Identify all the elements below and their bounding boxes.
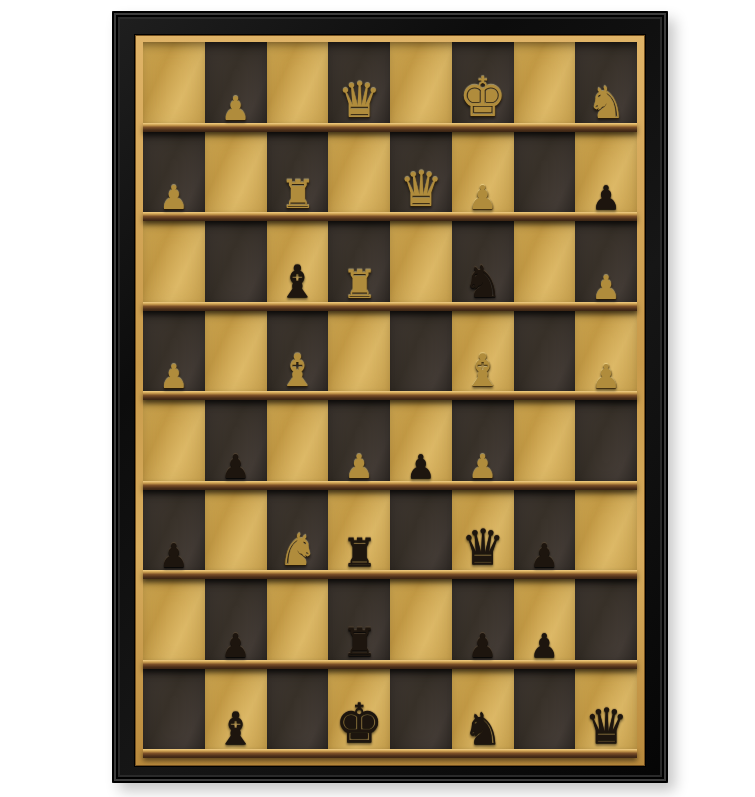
white-pawn-h6[interactable]: ♟ xyxy=(575,271,637,304)
square-d2[interactable]: ♜ xyxy=(328,579,390,669)
square-e4[interactable]: ♟ xyxy=(390,400,452,490)
black-pawn-f2[interactable]: ♟ xyxy=(452,629,514,662)
white-pawn-f4[interactable]: ♟ xyxy=(452,450,514,483)
square-d7[interactable] xyxy=(328,132,390,222)
square-g3[interactable]: ♟ xyxy=(514,490,576,580)
white-pawn-d4[interactable]: ♟ xyxy=(328,450,390,483)
square-f5[interactable]: ♝ xyxy=(452,311,514,401)
square-a4[interactable] xyxy=(143,400,205,490)
black-bishop-b1[interactable]: ♝ xyxy=(205,706,267,751)
square-c3[interactable]: ♞ xyxy=(267,490,329,580)
square-f7[interactable]: ♟ xyxy=(452,132,514,222)
square-d5[interactable] xyxy=(328,311,390,401)
square-e6[interactable] xyxy=(390,221,452,311)
black-queen-h1[interactable]: ♛ xyxy=(575,702,637,751)
square-c7[interactable]: ♜ xyxy=(267,132,329,222)
white-bishop-f5[interactable]: ♝ xyxy=(452,348,514,393)
square-e7[interactable]: ♛ xyxy=(390,132,452,222)
square-g4[interactable] xyxy=(514,400,576,490)
square-h7[interactable]: ♟ xyxy=(575,132,637,222)
square-c2[interactable] xyxy=(267,579,329,669)
square-a7[interactable]: ♟ xyxy=(143,132,205,222)
black-pawn-a3[interactable]: ♟ xyxy=(143,539,205,572)
gold-trim: ♟♛♚♞♟♜♛♟♟♝♜♞♟♟♝♝♟♟♟♟♟♟♞♜♛♟♟♜♟♟♝♚♞♛ xyxy=(135,35,645,766)
square-b7[interactable] xyxy=(205,132,267,222)
square-c5[interactable]: ♝ xyxy=(267,311,329,401)
square-g5[interactable] xyxy=(514,311,576,401)
photo-background: ♟♛♚♞♟♜♛♟♟♝♜♞♟♟♝♝♟♟♟♟♟♟♞♜♛♟♟♜♟♟♝♚♞♛ xyxy=(0,0,755,797)
square-f3[interactable]: ♛ xyxy=(452,490,514,580)
square-b5[interactable] xyxy=(205,311,267,401)
black-pawn-g2[interactable]: ♟ xyxy=(514,629,576,662)
white-pawn-a5[interactable]: ♟ xyxy=(143,360,205,393)
black-pawn-b2[interactable]: ♟ xyxy=(205,629,267,662)
square-g6[interactable] xyxy=(514,221,576,311)
square-f2[interactable]: ♟ xyxy=(452,579,514,669)
square-a8[interactable] xyxy=(143,42,205,132)
square-h4[interactable] xyxy=(575,400,637,490)
white-pawn-h5[interactable]: ♟ xyxy=(575,360,637,393)
black-knight-f6[interactable]: ♞ xyxy=(452,260,514,304)
white-king-f8[interactable]: ♚ xyxy=(452,71,514,125)
square-g2[interactable]: ♟ xyxy=(514,579,576,669)
square-h6[interactable]: ♟ xyxy=(575,221,637,311)
black-bishop-c6[interactable]: ♝ xyxy=(267,259,329,304)
rank-shelf-6 xyxy=(143,302,637,311)
white-rook-c7[interactable]: ♜ xyxy=(267,175,329,214)
white-bishop-c5[interactable]: ♝ xyxy=(267,348,329,393)
chess-board: ♟♛♚♞♟♜♛♟♟♝♜♞♟♟♝♝♟♟♟♟♟♟♞♜♛♟♟♜♟♟♝♚♞♛ xyxy=(143,42,637,758)
square-e1[interactable] xyxy=(390,669,452,759)
square-b3[interactable] xyxy=(205,490,267,580)
square-c1[interactable] xyxy=(267,669,329,759)
black-rook-d3[interactable]: ♜ xyxy=(328,533,390,572)
square-b6[interactable] xyxy=(205,221,267,311)
board-frame: ♟♛♚♞♟♜♛♟♟♝♜♞♟♟♝♝♟♟♟♟♟♟♞♜♛♟♟♜♟♟♝♚♞♛ xyxy=(112,11,668,783)
square-f4[interactable]: ♟ xyxy=(452,400,514,490)
square-h1[interactable]: ♛ xyxy=(575,669,637,759)
black-king-d1[interactable]: ♚ xyxy=(328,697,390,751)
square-b1[interactable]: ♝ xyxy=(205,669,267,759)
square-b8[interactable]: ♟ xyxy=(205,42,267,132)
square-c4[interactable] xyxy=(267,400,329,490)
square-h3[interactable] xyxy=(575,490,637,580)
square-a1[interactable] xyxy=(143,669,205,759)
white-pawn-b8[interactable]: ♟ xyxy=(205,92,267,125)
square-a5[interactable]: ♟ xyxy=(143,311,205,401)
square-d3[interactable]: ♜ xyxy=(328,490,390,580)
square-h2[interactable] xyxy=(575,579,637,669)
white-pawn-f7[interactable]: ♟ xyxy=(452,181,514,214)
white-queen-d8[interactable]: ♛ xyxy=(328,76,390,125)
square-d6[interactable]: ♜ xyxy=(328,221,390,311)
square-c8[interactable] xyxy=(267,42,329,132)
square-g7[interactable] xyxy=(514,132,576,222)
square-d1[interactable]: ♚ xyxy=(328,669,390,759)
square-g8[interactable] xyxy=(514,42,576,132)
square-f1[interactable]: ♞ xyxy=(452,669,514,759)
white-knight-c3[interactable]: ♞ xyxy=(267,528,329,572)
black-pawn-h7[interactable]: ♟ xyxy=(575,181,637,214)
square-c6[interactable]: ♝ xyxy=(267,221,329,311)
square-d8[interactable]: ♛ xyxy=(328,42,390,132)
square-f8[interactable]: ♚ xyxy=(452,42,514,132)
white-knight-h8[interactable]: ♞ xyxy=(575,81,637,125)
square-b2[interactable]: ♟ xyxy=(205,579,267,669)
black-pawn-e4[interactable]: ♟ xyxy=(390,450,452,483)
black-knight-f1[interactable]: ♞ xyxy=(452,707,514,751)
square-g1[interactable] xyxy=(514,669,576,759)
square-e3[interactable] xyxy=(390,490,452,580)
rank-shelf-5 xyxy=(143,391,637,400)
black-pawn-g3[interactable]: ♟ xyxy=(514,539,576,572)
black-queen-f3[interactable]: ♛ xyxy=(452,523,514,572)
square-h5[interactable]: ♟ xyxy=(575,311,637,401)
white-queen-e7[interactable]: ♛ xyxy=(390,165,452,214)
square-a6[interactable] xyxy=(143,221,205,311)
square-a3[interactable]: ♟ xyxy=(143,490,205,580)
black-rook-d2[interactable]: ♜ xyxy=(328,623,390,662)
square-e8[interactable] xyxy=(390,42,452,132)
square-h8[interactable]: ♞ xyxy=(575,42,637,132)
square-d4[interactable]: ♟ xyxy=(328,400,390,490)
square-e5[interactable] xyxy=(390,311,452,401)
black-pawn-b4[interactable]: ♟ xyxy=(205,450,267,483)
square-e2[interactable] xyxy=(390,579,452,669)
white-rook-d6[interactable]: ♜ xyxy=(328,265,390,304)
white-pawn-a7[interactable]: ♟ xyxy=(143,181,205,214)
square-a2[interactable] xyxy=(143,579,205,669)
square-f6[interactable]: ♞ xyxy=(452,221,514,311)
square-b4[interactable]: ♟ xyxy=(205,400,267,490)
